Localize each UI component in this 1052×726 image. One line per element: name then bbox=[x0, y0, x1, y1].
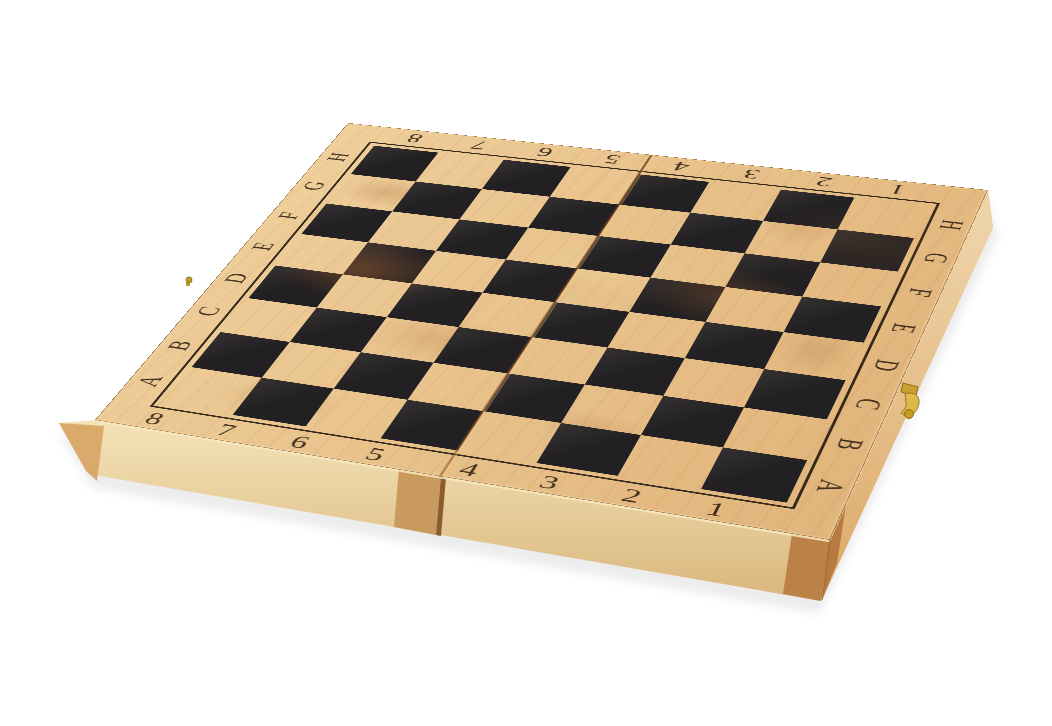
rank-label-near-8: 8 bbox=[141, 410, 169, 428]
rank-label-near-6: 6 bbox=[286, 433, 314, 452]
rank-label-far-5: 5 bbox=[601, 153, 624, 167]
rank-label-near-2: 2 bbox=[618, 485, 645, 506]
file-label-left-C: C bbox=[192, 305, 226, 318]
file-label-left-B: B bbox=[162, 339, 197, 352]
rank-label-far-1: 1 bbox=[887, 182, 909, 197]
file-label-left-F: F bbox=[273, 211, 304, 221]
file-label-right-A: A bbox=[810, 478, 850, 496]
rank-label-far-7: 7 bbox=[468, 139, 491, 152]
file-label-right-G: G bbox=[918, 252, 954, 265]
left-face-fold-block bbox=[394, 468, 441, 535]
rank-label-near-7: 7 bbox=[212, 421, 240, 440]
file-label-left-D: D bbox=[219, 272, 253, 285]
rank-label-far-8: 8 bbox=[403, 132, 426, 145]
left-face-corner-endgrain bbox=[59, 423, 104, 481]
rank-label-far-4: 4 bbox=[670, 160, 692, 174]
file-label-right-B: B bbox=[830, 436, 869, 452]
file-label-left-E: E bbox=[247, 241, 279, 252]
file-label-left-A: A bbox=[132, 374, 168, 389]
rank-label-near-1: 1 bbox=[703, 499, 730, 520]
file-label-right-F: F bbox=[902, 287, 937, 299]
rank-label-far-2: 2 bbox=[813, 175, 835, 189]
brass-pin bbox=[186, 277, 192, 286]
rank-label-near-4: 4 bbox=[455, 460, 483, 480]
file-label-right-C: C bbox=[849, 397, 887, 412]
file-label-left-G: G bbox=[298, 180, 330, 191]
rank-label-far-3: 3 bbox=[741, 167, 763, 181]
photo-canvas: 8765432187654321HGFEDCBAHGFEDCBA bbox=[0, 0, 1052, 726]
file-label-right-H: H bbox=[934, 219, 969, 232]
rank-label-far-6: 6 bbox=[534, 145, 557, 158]
rank-label-near-5: 5 bbox=[361, 445, 389, 464]
file-label-right-E: E bbox=[885, 322, 921, 335]
file-label-left-H: H bbox=[322, 152, 354, 163]
rank-label-near-3: 3 bbox=[536, 472, 564, 492]
file-label-right-D: D bbox=[867, 358, 905, 373]
